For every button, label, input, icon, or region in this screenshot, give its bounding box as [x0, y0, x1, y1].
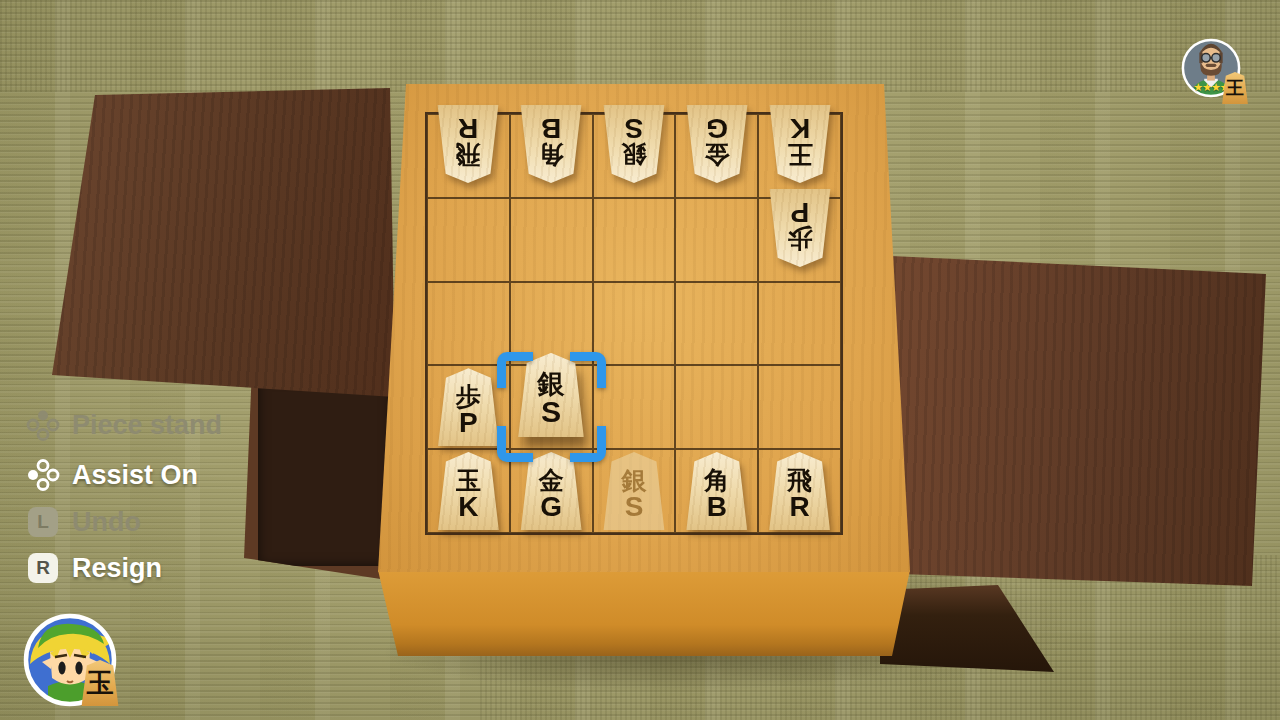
piece-stand-label: Piece stand [72, 410, 222, 441]
cell-3-3[interactable] [593, 282, 676, 366]
shogi-game-scene: 飛R角B銀S金G王K歩P歩P銀S玉K金G銀S角B飛R Piece stand A… [0, 0, 1280, 720]
cell-5-5[interactable]: 飛R [758, 449, 841, 533]
cell-2-4[interactable] [675, 198, 758, 282]
cell-4-3[interactable] [593, 365, 676, 449]
piece-letter: S [625, 493, 644, 520]
piece-opponent-R[interactable]: 飛R [435, 105, 501, 183]
y-button-icon [26, 458, 60, 492]
piece-letter: K [458, 493, 478, 520]
piece-kanji: 玉 [456, 468, 481, 493]
piece-stand-button[interactable]: Piece stand [26, 403, 222, 447]
left-side-table [50, 85, 398, 400]
undo-label: Undo [72, 507, 141, 538]
piece-letter: B [707, 493, 727, 520]
cell-4-1[interactable]: 歩P [427, 365, 510, 449]
undo-button[interactable]: L Undo [26, 500, 141, 544]
piece-letter: P [459, 409, 478, 436]
resign-button[interactable]: R Resign [26, 546, 162, 590]
piece-opponent-K[interactable]: 王K [767, 105, 833, 183]
piece-kanji: 金 [539, 468, 564, 493]
cell-3-4[interactable] [675, 282, 758, 366]
piece-kanji: 銀 [621, 142, 646, 167]
piece-player-K[interactable]: 玉K [435, 452, 501, 530]
piece-opponent-B[interactable]: 角B [518, 105, 584, 183]
piece-kanji: 銀 [621, 468, 646, 493]
cell-1-4[interactable]: 金G [675, 114, 758, 198]
shogi-board-grid[interactable]: 飛R角B銀S金G王K歩P歩P銀S玉K金G銀S角B飛R [425, 112, 843, 535]
cell-4-2[interactable]: 銀S [510, 365, 593, 449]
piece-kanji: 歩 [787, 226, 812, 251]
piece-player-G[interactable]: 金G [518, 452, 584, 530]
piece-kanji: 角 [704, 468, 729, 493]
r-button-icon: R [28, 553, 58, 583]
piece-kanji: 角 [539, 142, 564, 167]
piece-letter: S [541, 397, 561, 426]
left-table-pedestal-panel [258, 378, 391, 566]
l-button-icon: L [28, 507, 58, 537]
cell-2-5[interactable]: 歩P [758, 198, 841, 282]
cell-5-2[interactable]: 金G [510, 449, 593, 533]
piece-player-S-selected[interactable]: 銀S [516, 353, 587, 437]
piece-player-R[interactable]: 飛R [767, 452, 833, 530]
resign-label: Resign [72, 553, 162, 584]
piece-opponent-S[interactable]: 銀S [601, 105, 667, 183]
cell-2-2[interactable] [510, 198, 593, 282]
cell-3-1[interactable] [427, 282, 510, 366]
opponent-badge-kanji: 王 [1226, 76, 1244, 100]
piece-letter: P [790, 199, 809, 226]
cell-1-5[interactable]: 王K [758, 114, 841, 198]
piece-kanji: 王 [787, 142, 812, 167]
piece-kanji: 銀 [538, 370, 565, 397]
piece-player-S-ghost[interactable]: 銀S [601, 452, 667, 530]
cell-3-5[interactable] [758, 282, 841, 366]
piece-letter: R [789, 493, 809, 520]
shogi-board-front-face [378, 570, 910, 658]
piece-letter: G [540, 493, 562, 520]
piece-letter: R [458, 115, 478, 142]
cell-5-4[interactable]: 角B [675, 449, 758, 533]
cell-5-3[interactable]: 銀S [593, 449, 676, 533]
player-badge-kanji: 玉 [87, 665, 114, 701]
cell-2-1[interactable] [427, 198, 510, 282]
cell-2-3[interactable] [593, 198, 676, 282]
piece-kanji: 飛 [787, 468, 812, 493]
piece-letter: S [625, 115, 644, 142]
piece-opponent-G[interactable]: 金G [684, 105, 750, 183]
x-button-icon [26, 408, 60, 442]
piece-kanji: 歩 [456, 384, 481, 409]
cell-1-3[interactable]: 銀S [593, 114, 676, 198]
cell-4-4[interactable] [675, 365, 758, 449]
piece-letter: B [541, 115, 561, 142]
tatami-weave-top [0, 0, 1280, 92]
cell-4-5[interactable] [758, 365, 841, 449]
assist-toggle-label: Assist On [72, 460, 198, 491]
piece-kanji: 飛 [456, 142, 481, 167]
piece-letter: K [789, 115, 809, 142]
piece-letter: G [706, 115, 728, 142]
piece-player-B[interactable]: 角B [684, 452, 750, 530]
right-side-table [885, 248, 1270, 593]
assist-toggle-button[interactable]: Assist On [26, 453, 198, 497]
piece-opponent-P[interactable]: 歩P [767, 189, 833, 267]
piece-player-P[interactable]: 歩P [435, 368, 501, 446]
cell-1-1[interactable]: 飛R [427, 114, 510, 198]
cell-1-2[interactable]: 角B [510, 114, 593, 198]
piece-kanji: 金 [704, 142, 729, 167]
cell-5-1[interactable]: 玉K [427, 449, 510, 533]
